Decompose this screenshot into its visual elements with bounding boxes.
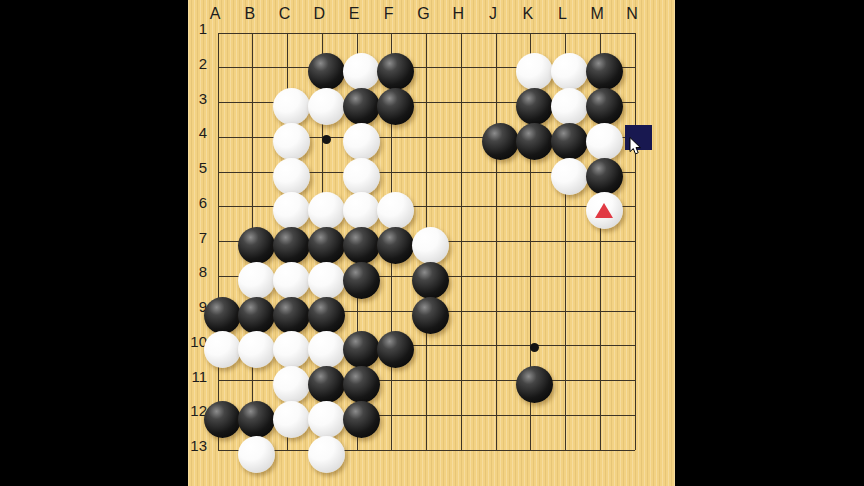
- row-label-2: 2: [181, 55, 207, 73]
- triangle-marker-M6: [595, 203, 613, 218]
- row-label-8: 8: [181, 263, 207, 281]
- stone-black-C9: [273, 297, 310, 334]
- stone-black-B7: [238, 227, 275, 264]
- stone-white-A10: [204, 331, 241, 368]
- stone-white-L3: [551, 88, 588, 125]
- stone-black-E11: [343, 366, 380, 403]
- row-label-5: 5: [181, 159, 207, 177]
- grid-line-vertical: [635, 33, 636, 450]
- row-label-7: 7: [181, 229, 207, 247]
- screen: ABCDEFGHJKLMN12345678910111213: [0, 0, 864, 486]
- row-label-6: 6: [181, 194, 207, 212]
- letterbox-left: [0, 0, 188, 486]
- stone-white-C12: [273, 401, 310, 438]
- stone-white-G7: [412, 227, 449, 264]
- column-label-F: F: [376, 5, 402, 23]
- stone-black-E8: [343, 262, 380, 299]
- stone-black-D11: [308, 366, 345, 403]
- stone-white-B10: [238, 331, 275, 368]
- stone-black-K4: [516, 123, 553, 160]
- stone-white-D8: [308, 262, 345, 299]
- stone-white-C10: [273, 331, 310, 368]
- stone-black-F7: [377, 227, 414, 264]
- stone-white-M4: [586, 123, 623, 160]
- column-label-M: M: [584, 5, 610, 23]
- grid-line-vertical: [496, 33, 497, 450]
- stone-black-M3: [586, 88, 623, 125]
- stone-black-F2: [377, 53, 414, 90]
- stone-black-L4: [551, 123, 588, 160]
- column-label-H: H: [445, 5, 471, 23]
- row-label-13: 13: [181, 437, 207, 455]
- stone-black-E3: [343, 88, 380, 125]
- stone-black-D7: [308, 227, 345, 264]
- stone-white-C11: [273, 366, 310, 403]
- stone-white-K2: [516, 53, 553, 90]
- stone-black-D2: [308, 53, 345, 90]
- stone-white-D3: [308, 88, 345, 125]
- stone-white-D10: [308, 331, 345, 368]
- stone-black-C7: [273, 227, 310, 264]
- column-label-B: B: [237, 5, 263, 23]
- stone-black-B12: [238, 401, 275, 438]
- stone-black-K11: [516, 366, 553, 403]
- stone-black-K3: [516, 88, 553, 125]
- column-label-J: J: [480, 5, 506, 23]
- grid-line-horizontal: [218, 450, 635, 451]
- stone-black-B9: [238, 297, 275, 334]
- stone-white-L5: [551, 158, 588, 195]
- stone-black-A9: [204, 297, 241, 334]
- row-label-1: 1: [181, 20, 207, 38]
- stone-white-B13: [238, 436, 275, 473]
- letterbox-right: [675, 0, 864, 486]
- stone-white-F6: [377, 192, 414, 229]
- stone-black-G9: [412, 297, 449, 334]
- star-point-K10: [530, 343, 539, 352]
- stone-black-D9: [308, 297, 345, 334]
- stone-white-E2: [343, 53, 380, 90]
- stone-white-E6: [343, 192, 380, 229]
- stone-black-E10: [343, 331, 380, 368]
- column-label-E: E: [341, 5, 367, 23]
- stone-black-M2: [586, 53, 623, 90]
- stone-black-A12: [204, 401, 241, 438]
- stone-white-E4: [343, 123, 380, 160]
- stone-white-D6: [308, 192, 345, 229]
- column-label-K: K: [515, 5, 541, 23]
- stone-white-C6: [273, 192, 310, 229]
- column-label-G: G: [411, 5, 437, 23]
- stone-black-F3: [377, 88, 414, 125]
- row-label-3: 3: [181, 90, 207, 108]
- grid-line-vertical: [461, 33, 462, 450]
- stone-white-C4: [273, 123, 310, 160]
- mouse-cursor-icon: [629, 137, 642, 160]
- stone-black-G8: [412, 262, 449, 299]
- stone-white-C5: [273, 158, 310, 195]
- column-label-D: D: [306, 5, 332, 23]
- stone-white-D12: [308, 401, 345, 438]
- go-board[interactable]: ABCDEFGHJKLMN12345678910111213: [188, 0, 675, 486]
- column-label-C: C: [272, 5, 298, 23]
- stone-white-D13: [308, 436, 345, 473]
- stone-black-F10: [377, 331, 414, 368]
- stone-white-C3: [273, 88, 310, 125]
- stone-black-M5: [586, 158, 623, 195]
- stone-white-B8: [238, 262, 275, 299]
- row-label-11: 11: [181, 368, 207, 386]
- column-label-L: L: [550, 5, 576, 23]
- stone-white-C8: [273, 262, 310, 299]
- stone-white-E5: [343, 158, 380, 195]
- stone-white-L2: [551, 53, 588, 90]
- stone-black-E12: [343, 401, 380, 438]
- column-label-N: N: [619, 5, 645, 23]
- stone-black-J4: [482, 123, 519, 160]
- stone-black-E7: [343, 227, 380, 264]
- row-label-4: 4: [181, 124, 207, 142]
- star-point-D4: [322, 135, 331, 144]
